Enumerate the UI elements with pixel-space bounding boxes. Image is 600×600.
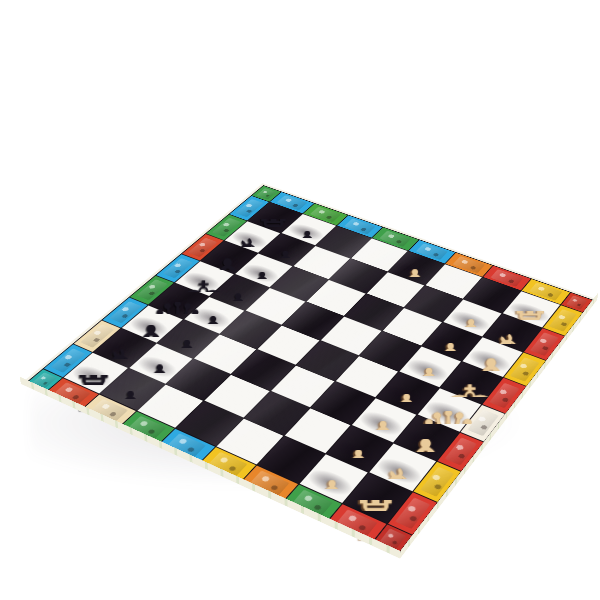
frame-tile — [522, 279, 570, 304]
piece-anchor: ♜ — [257, 213, 290, 225]
square-h1: ♜ — [503, 291, 560, 327]
piece-anchor: ♞ — [491, 327, 531, 342]
square-g3 — [404, 286, 462, 322]
square-d7: ♟ — [185, 297, 245, 334]
square-f6 — [270, 267, 328, 302]
square-e7: ♟ — [210, 275, 269, 310]
square-h4: ♟ — [388, 251, 444, 285]
piece-shadow — [284, 222, 331, 246]
frame-tile — [156, 254, 199, 282]
piece-shadow — [178, 270, 227, 296]
square-f7: ♟ — [235, 254, 292, 288]
frame-tile — [182, 234, 224, 261]
square-f4 — [344, 294, 403, 331]
piece-shadow — [237, 262, 286, 288]
piece-anchor: ♝ — [211, 252, 245, 265]
square-h6 — [316, 226, 371, 258]
frame-tile — [445, 253, 492, 277]
frame-tile — [561, 293, 592, 313]
square-d8: ♛ — [149, 283, 209, 319]
square-h7: ♟ — [282, 214, 337, 245]
square-h8: ♜ — [248, 202, 302, 232]
square-g6 — [294, 246, 351, 279]
piece-shadow — [213, 283, 263, 310]
piece-shadow — [187, 306, 238, 334]
piece-anchor: ♟ — [397, 263, 433, 276]
square-f8: ♝ — [201, 241, 258, 274]
frame-tile — [130, 275, 174, 304]
frame-tile — [252, 186, 281, 202]
piece-anchor: ♛ — [161, 295, 195, 309]
square-g7: ♟ — [259, 233, 315, 266]
frame-tile — [229, 196, 268, 221]
square-g8: ♞ — [225, 221, 281, 253]
piece-anchor: ♟ — [452, 312, 491, 326]
square-g5 — [330, 259, 387, 293]
photo-scene: ♜♟♟♜♞♟♟♞♝♟♟♝♚♟♟♚♛♟♟♛♝♟♟♝♞♟♟♞♜♟♟♜ — [0, 0, 600, 600]
piece-shadow — [203, 249, 251, 274]
piece-shadow — [250, 210, 296, 233]
piece-shadow — [390, 259, 439, 284]
piece-anchor: ♜ — [511, 303, 550, 317]
square-e5 — [283, 302, 343, 339]
square-e8: ♚ — [175, 262, 233, 296]
square-g4 — [366, 272, 423, 307]
square-e6 — [246, 288, 305, 324]
piece-anchor: ♝ — [134, 318, 169, 332]
square-f5 — [307, 280, 365, 316]
piece-anchor: ♟ — [245, 265, 279, 278]
piece-shadow — [505, 300, 556, 328]
piece-shadow — [152, 292, 202, 319]
piece-anchor: ♞ — [235, 232, 268, 244]
frame-tile — [103, 297, 148, 327]
square-c8: ♝ — [122, 305, 183, 342]
frame-tile — [408, 240, 454, 263]
piece-anchor: ♟ — [269, 244, 303, 257]
frame-tile — [206, 215, 246, 241]
square-d5 — [258, 325, 319, 364]
frame-tile — [543, 305, 583, 336]
piece-anchor: ♟ — [291, 225, 325, 237]
square-g2: ♟ — [443, 300, 501, 337]
piece-anchor: ♟ — [221, 287, 256, 301]
piece-shadow — [261, 241, 309, 266]
frame-tile — [338, 215, 383, 237]
square-h5 — [352, 238, 408, 271]
frame-tile — [373, 228, 419, 251]
frame-tile — [483, 266, 531, 291]
piece-shadow — [227, 229, 274, 253]
chess-board: ♜♟♟♜♞♟♟♞♝♟♟♝♚♟♟♚♛♟♟♛♝♟♟♝♞♟♟♞♜♟♟♜ — [21, 183, 598, 558]
square-h3 — [425, 264, 482, 299]
piece-shadow — [445, 308, 496, 336]
frame-tile — [270, 192, 314, 213]
square-h2 — [463, 277, 520, 312]
piece-anchor: ♟ — [196, 309, 231, 323]
piece-anchor: ♚ — [186, 273, 220, 286]
frame-tile — [303, 204, 347, 226]
